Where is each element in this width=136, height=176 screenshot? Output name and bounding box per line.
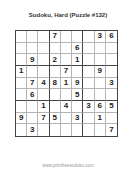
cell-r2c7	[83, 43, 94, 55]
cell-r3c1	[16, 54, 27, 66]
cell-r6c6: 5	[72, 89, 83, 101]
cell-r6c8	[95, 89, 106, 101]
cell-r7c2	[27, 101, 38, 113]
cell-r8c4: 5	[50, 113, 61, 125]
cell-r7c1	[16, 101, 27, 113]
cell-r3c8	[95, 54, 106, 66]
cell-r9c2: 3	[27, 124, 38, 136]
cell-r5c2: 7	[27, 78, 38, 90]
cell-r9c9: 7	[106, 124, 117, 136]
cell-r4c2	[27, 66, 38, 78]
cell-r7c5: 4	[61, 101, 72, 113]
cell-r4c7	[83, 66, 94, 78]
cell-r8c2	[27, 113, 38, 125]
page-title: Sudoku, Hard (Puzzle #132)	[0, 12, 136, 18]
cell-r1c5	[61, 31, 72, 43]
cell-r2c2	[27, 43, 38, 55]
cell-r7c9: 5	[106, 101, 117, 113]
cell-r3c6: 1	[72, 54, 83, 66]
cell-r6c1	[16, 89, 27, 101]
cell-r7c7: 3	[83, 101, 94, 113]
cell-r5c7	[83, 78, 94, 90]
cell-r6c4	[50, 89, 61, 101]
cell-r4c8: 9	[95, 66, 106, 78]
cell-r8c1: 9	[16, 113, 27, 125]
cell-r9c8	[95, 124, 106, 136]
cell-r5c6: 9	[72, 78, 83, 90]
cell-r7c6	[72, 101, 83, 113]
cell-r2c9	[106, 43, 117, 55]
cell-r2c8	[95, 43, 106, 55]
cell-r7c4	[50, 101, 61, 113]
cell-r4c5: 7	[61, 66, 72, 78]
cell-r1c3	[38, 31, 49, 43]
cell-r2c4	[50, 43, 61, 55]
cell-r8c7	[83, 113, 94, 125]
cell-r3c5	[61, 54, 72, 66]
cell-r7c8: 6	[95, 101, 106, 113]
cell-r5c5: 1	[61, 78, 72, 90]
cell-r9c5	[61, 124, 72, 136]
cell-r1c4: 7	[50, 31, 61, 43]
cell-r1c2	[27, 31, 38, 43]
cell-r6c3	[38, 89, 49, 101]
cell-r1c8: 3	[95, 31, 106, 43]
cell-r9c7	[83, 124, 94, 136]
cell-r1c7	[83, 31, 94, 43]
cell-r8c6: 3	[72, 113, 83, 125]
sudoku-board: 736692117974819365143659753137	[15, 30, 118, 137]
cell-r1c9: 6	[106, 31, 117, 43]
cell-r1c6	[72, 31, 83, 43]
cell-r2c5	[61, 43, 72, 55]
cell-r5c9: 3	[106, 78, 117, 90]
cell-r3c3	[38, 54, 49, 66]
cell-r8c8: 1	[95, 113, 106, 125]
footer-url: www.printfreesudoku.com	[0, 163, 136, 168]
cell-r5c1	[16, 78, 27, 90]
cell-r2c1	[16, 43, 27, 55]
cell-r3c9	[106, 54, 117, 66]
cell-r5c3: 4	[38, 78, 49, 90]
cell-r9c4	[50, 124, 61, 136]
cell-r5c4: 8	[50, 78, 61, 90]
cell-r4c9	[106, 66, 117, 78]
cell-r6c5	[61, 89, 72, 101]
cell-r2c3	[38, 43, 49, 55]
cell-r3c7	[83, 54, 94, 66]
cell-r5c8	[95, 78, 106, 90]
cell-r8c9	[106, 113, 117, 125]
cell-r6c9	[106, 89, 117, 101]
cell-r3c2: 9	[27, 54, 38, 66]
cell-r4c4	[50, 66, 61, 78]
cell-r6c7	[83, 89, 94, 101]
cell-r4c3	[38, 66, 49, 78]
cell-r9c3	[38, 124, 49, 136]
cell-r2c6: 6	[72, 43, 83, 55]
cell-r6c2: 6	[27, 89, 38, 101]
cell-r4c6	[72, 66, 83, 78]
cell-r8c3: 7	[38, 113, 49, 125]
cell-r3c4: 2	[50, 54, 61, 66]
cell-r7c3: 1	[38, 101, 49, 113]
cell-r8c5	[61, 113, 72, 125]
cell-r9c6	[72, 124, 83, 136]
cell-r1c1	[16, 31, 27, 43]
cell-r9c1	[16, 124, 27, 136]
cell-r4c1: 1	[16, 66, 27, 78]
